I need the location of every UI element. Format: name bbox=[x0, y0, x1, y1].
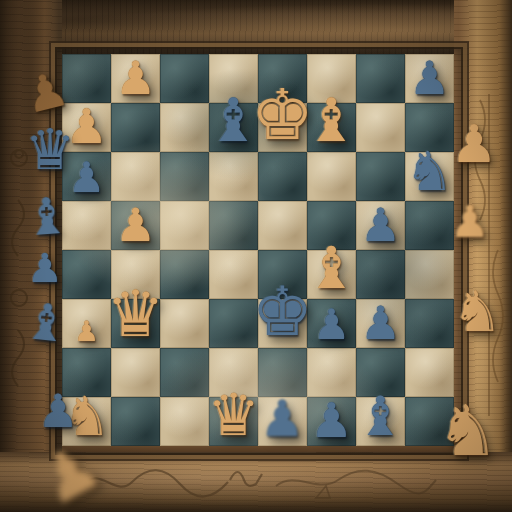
square-c1[interactable] bbox=[160, 397, 209, 446]
piece-blue-pawn-e1[interactable]: ♟ bbox=[260, 394, 305, 444]
piece-tan-pawn-b5[interactable]: ♟ bbox=[115, 202, 156, 248]
square-g4[interactable] bbox=[356, 250, 405, 299]
square-h4[interactable] bbox=[405, 250, 454, 299]
square-g6[interactable] bbox=[356, 152, 405, 201]
square-c6[interactable] bbox=[160, 152, 209, 201]
square-b7[interactable] bbox=[111, 103, 160, 152]
square-d3[interactable] bbox=[209, 299, 258, 348]
square-b6[interactable] bbox=[111, 152, 160, 201]
square-g7[interactable] bbox=[356, 103, 405, 152]
frame-piece-blue-bishop-2[interactable]: ♝ bbox=[23, 190, 71, 243]
square-c7[interactable] bbox=[160, 103, 209, 152]
square-a8[interactable] bbox=[62, 54, 111, 103]
square-c2[interactable] bbox=[160, 348, 209, 397]
frame-piece-blue-pawn-5[interactable]: ♟ bbox=[37, 388, 78, 434]
chess-board: ♟♟♟♝♚♝♟♞♟♟♝♟♛♚♟♟♞♛♟♟♝ bbox=[62, 54, 454, 446]
frame-piece-blue-bishop-4[interactable]: ♝ bbox=[21, 296, 71, 350]
square-g8[interactable] bbox=[356, 54, 405, 103]
piece-tan-pawn-a3[interactable]: ♟ bbox=[74, 318, 99, 346]
square-f6[interactable] bbox=[307, 152, 356, 201]
piece-tan-bishop-f4[interactable]: ♝ bbox=[306, 239, 358, 297]
chess-scene: ♟♟♟♝♚♝♟♞♟♟♝♟♛♚♟♟♞♛♟♟♝ ♟♛♝♟♝♟♟♟♟♞♞ bbox=[0, 0, 512, 512]
frame-top-rail bbox=[0, 0, 512, 54]
square-b2[interactable] bbox=[111, 348, 160, 397]
piece-blue-bishop-g1[interactable]: ♝ bbox=[356, 390, 404, 444]
frame-piece-tan-knight-9[interactable]: ♞ bbox=[452, 284, 502, 340]
piece-blue-pawn-h8[interactable]: ♟ bbox=[409, 55, 450, 101]
square-c4[interactable] bbox=[160, 250, 209, 299]
square-d4[interactable] bbox=[209, 250, 258, 299]
square-a4[interactable] bbox=[62, 250, 111, 299]
square-d6[interactable] bbox=[209, 152, 258, 201]
frame-piece-blue-pawn-3[interactable]: ♟ bbox=[27, 248, 63, 288]
piece-blue-pawn-g5[interactable]: ♟ bbox=[360, 202, 401, 248]
frame-carving-bottom bbox=[80, 458, 440, 502]
piece-blue-pawn-g3[interactable]: ♟ bbox=[360, 300, 401, 346]
piece-blue-pawn-f1[interactable]: ♟ bbox=[310, 396, 353, 444]
square-b1[interactable] bbox=[111, 397, 160, 446]
frame-piece-tan-pawn-7[interactable]: ♟ bbox=[451, 118, 498, 170]
square-h5[interactable] bbox=[405, 201, 454, 250]
square-c3[interactable] bbox=[160, 299, 209, 348]
square-h3[interactable] bbox=[405, 299, 454, 348]
square-f2[interactable] bbox=[307, 348, 356, 397]
frame-piece-tan-pawn-8[interactable]: ♟ bbox=[450, 200, 489, 244]
piece-tan-bishop-f7[interactable]: ♝ bbox=[305, 90, 359, 150]
square-e6[interactable] bbox=[258, 152, 307, 201]
piece-blue-king-e3[interactable]: ♚ bbox=[252, 278, 313, 346]
square-c8[interactable] bbox=[160, 54, 209, 103]
piece-blue-pawn-f3[interactable]: ♟ bbox=[313, 304, 351, 346]
piece-tan-queen-b3[interactable]: ♛ bbox=[107, 282, 164, 346]
square-d5[interactable] bbox=[209, 201, 258, 250]
frame-piece-tan-knight-10[interactable]: ♞ bbox=[437, 396, 500, 466]
piece-tan-pawn-b8[interactable]: ♟ bbox=[115, 55, 156, 101]
square-e5[interactable] bbox=[258, 201, 307, 250]
square-c5[interactable] bbox=[160, 201, 209, 250]
piece-tan-queen-d1[interactable]: ♛ bbox=[208, 386, 260, 444]
frame-piece-blue-queen-1[interactable]: ♛ bbox=[25, 122, 75, 178]
piece-blue-knight-h6[interactable]: ♞ bbox=[405, 145, 453, 199]
